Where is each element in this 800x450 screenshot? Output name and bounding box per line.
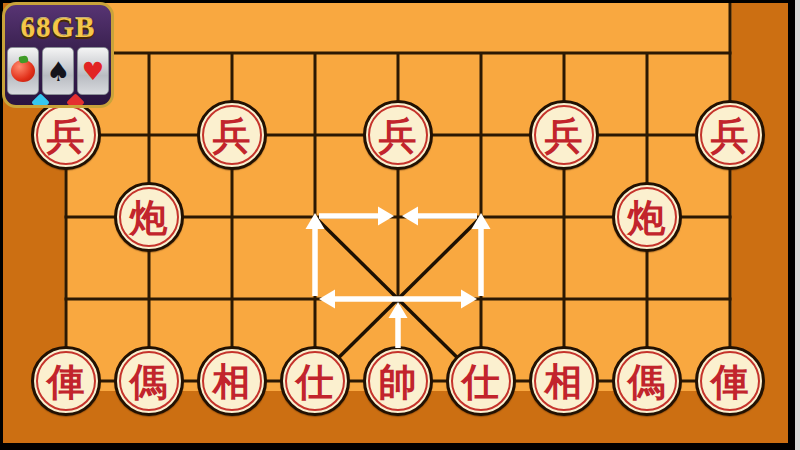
board-point[interactable]	[605, 12, 688, 94]
board-point[interactable]: 仕	[273, 340, 356, 422]
piece-character: 相	[213, 363, 251, 401]
xiangqi-board: 兵兵兵兵兵炮炮俥傌相仕帥仕相傌俥	[24, 12, 771, 422]
board-point[interactable]	[273, 12, 356, 94]
red-general[interactable]: 帥	[363, 346, 433, 416]
board-point[interactable]: 炮	[605, 176, 688, 258]
red-elephant[interactable]: 相	[197, 346, 267, 416]
piece-character: 傌	[628, 363, 666, 401]
red-advisor[interactable]: 仕	[280, 346, 350, 416]
board-point[interactable]	[688, 258, 771, 340]
board-point[interactable]	[356, 258, 439, 340]
board-point[interactable]	[522, 176, 605, 258]
piece-character: 仕	[462, 363, 500, 401]
reel-3: ♥	[77, 47, 109, 95]
board-point[interactable]: 帥	[356, 340, 439, 422]
xiangqi-screen: 兵兵兵兵兵炮炮俥傌相仕帥仕相傌俥 68GB ♠ ♥	[0, 0, 800, 450]
cyan-diamond-icon	[31, 93, 49, 108]
board-point[interactable]: 俥	[688, 340, 771, 422]
board-point[interactable]: 傌	[107, 340, 190, 422]
spade-icon: ♠	[46, 58, 70, 85]
board-point[interactable]	[273, 94, 356, 176]
red-soldier[interactable]: 兵	[363, 100, 433, 170]
board-point[interactable]: 兵	[522, 94, 605, 176]
board-point[interactable]	[273, 258, 356, 340]
slot-reels: ♠ ♥	[5, 47, 111, 95]
board-point[interactable]	[605, 258, 688, 340]
red-soldier[interactable]: 兵	[31, 100, 101, 170]
board-point[interactable]	[356, 176, 439, 258]
board-point[interactable]: 兵	[190, 94, 273, 176]
board-point[interactable]	[439, 258, 522, 340]
board-point[interactable]	[24, 176, 107, 258]
board-point[interactable]	[439, 12, 522, 94]
board-point[interactable]	[107, 94, 190, 176]
red-elephant[interactable]: 相	[529, 346, 599, 416]
piece-character: 俥	[47, 363, 85, 401]
board-point[interactable]	[688, 12, 771, 94]
board-point[interactable]: 兵	[688, 94, 771, 176]
red-diamond-icon	[66, 93, 84, 108]
piece-character: 傌	[130, 363, 168, 401]
app-logo: 68GB ♠ ♥	[2, 2, 114, 108]
red-cannon[interactable]: 炮	[612, 182, 682, 252]
tomato-icon	[11, 60, 35, 82]
reel-1	[7, 47, 39, 95]
board-point[interactable]	[439, 176, 522, 258]
piece-character: 俥	[711, 363, 749, 401]
board-point[interactable]	[605, 94, 688, 176]
red-chariot[interactable]: 俥	[31, 346, 101, 416]
board-point[interactable]: 仕	[439, 340, 522, 422]
red-horse[interactable]: 傌	[612, 346, 682, 416]
board-point[interactable]	[190, 12, 273, 94]
piece-character: 帥	[379, 363, 417, 401]
board-point[interactable]: 相	[190, 340, 273, 422]
logo-title: 68GB	[5, 11, 111, 44]
red-soldier[interactable]: 兵	[695, 100, 765, 170]
piece-character: 相	[545, 363, 583, 401]
board-point[interactable]	[522, 258, 605, 340]
board-point[interactable]	[688, 176, 771, 258]
board-point[interactable]: 相	[522, 340, 605, 422]
board-point[interactable]	[24, 258, 107, 340]
board-point[interactable]	[273, 176, 356, 258]
piece-character: 兵	[545, 117, 583, 155]
piece-character: 炮	[628, 199, 666, 237]
heart-icon: ♥	[82, 59, 104, 84]
piece-character: 兵	[379, 117, 417, 155]
red-soldier[interactable]: 兵	[197, 100, 267, 170]
piece-character: 兵	[213, 117, 251, 155]
board-point[interactable]	[107, 258, 190, 340]
red-chariot[interactable]: 俥	[695, 346, 765, 416]
board-point[interactable]: 兵	[356, 94, 439, 176]
reel-2: ♠	[42, 47, 74, 95]
board-point[interactable]: 傌	[605, 340, 688, 422]
board-point[interactable]	[356, 12, 439, 94]
board-point[interactable]: 炮	[107, 176, 190, 258]
piece-character: 仕	[296, 363, 334, 401]
board-point[interactable]: 俥	[24, 340, 107, 422]
red-horse[interactable]: 傌	[114, 346, 184, 416]
board-point[interactable]	[107, 12, 190, 94]
piece-character: 兵	[47, 117, 85, 155]
piece-character: 炮	[130, 199, 168, 237]
red-soldier[interactable]: 兵	[529, 100, 599, 170]
piece-character: 兵	[711, 117, 749, 155]
board-point[interactable]	[439, 94, 522, 176]
logo-diamonds	[5, 96, 111, 108]
board-point[interactable]	[190, 258, 273, 340]
board-point[interactable]	[522, 12, 605, 94]
red-advisor[interactable]: 仕	[446, 346, 516, 416]
red-cannon[interactable]: 炮	[114, 182, 184, 252]
board-point[interactable]	[190, 176, 273, 258]
